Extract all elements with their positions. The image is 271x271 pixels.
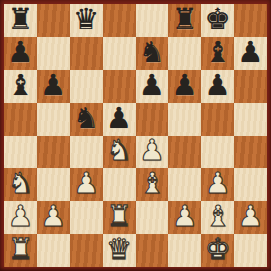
square-d3[interactable] (103, 168, 136, 201)
square-a6[interactable]: ♝ (4, 70, 37, 103)
square-g1[interactable]: ♚ (201, 234, 234, 267)
square-d2[interactable]: ♜ (103, 201, 136, 234)
square-c2[interactable] (70, 201, 103, 234)
square-a8[interactable]: ♜ (4, 4, 37, 37)
black-king[interactable]: ♚ (205, 5, 231, 34)
black-queen[interactable]: ♛ (73, 5, 99, 34)
black-pawn[interactable]: ♟ (7, 38, 33, 67)
square-h8[interactable] (234, 4, 267, 37)
square-f4[interactable] (168, 136, 201, 169)
chess-board: ♜♛♜♚♟♞♝♟♝♟♟♟♟♞♟♞♟♞♟♝♟♟♟♜♟♝♟♜♛♚ (4, 4, 267, 267)
black-rook[interactable]: ♜ (7, 5, 33, 34)
square-c8[interactable]: ♛ (70, 4, 103, 37)
square-e2[interactable] (136, 201, 169, 234)
black-bishop[interactable]: ♝ (7, 71, 33, 100)
square-d6[interactable] (103, 70, 136, 103)
black-pawn[interactable]: ♟ (205, 71, 231, 100)
square-g2[interactable]: ♝ (201, 201, 234, 234)
white-pawn[interactable]: ♟ (139, 136, 165, 165)
square-e5[interactable] (136, 103, 169, 136)
white-bishop[interactable]: ♝ (139, 169, 165, 198)
square-f1[interactable] (168, 234, 201, 267)
square-e7[interactable]: ♞ (136, 37, 169, 70)
square-b8[interactable] (37, 4, 70, 37)
black-pawn[interactable]: ♟ (238, 38, 264, 67)
square-f7[interactable] (168, 37, 201, 70)
white-bishop[interactable]: ♝ (205, 202, 231, 231)
square-g4[interactable] (201, 136, 234, 169)
black-pawn[interactable]: ♟ (139, 71, 165, 100)
square-h1[interactable] (234, 234, 267, 267)
square-a2[interactable]: ♟ (4, 201, 37, 234)
square-a7[interactable]: ♟ (4, 37, 37, 70)
white-rook[interactable]: ♜ (7, 235, 33, 264)
white-pawn[interactable]: ♟ (172, 202, 198, 231)
square-e8[interactable] (136, 4, 169, 37)
white-pawn[interactable]: ♟ (7, 202, 33, 231)
square-g6[interactable]: ♟ (201, 70, 234, 103)
white-king[interactable]: ♚ (205, 235, 231, 264)
square-c1[interactable] (70, 234, 103, 267)
square-g3[interactable]: ♟ (201, 168, 234, 201)
chess-board-frame: ♜♛♜♚♟♞♝♟♝♟♟♟♟♞♟♞♟♞♟♝♟♟♟♜♟♝♟♜♛♚ (0, 0, 271, 271)
white-knight[interactable]: ♞ (106, 136, 132, 165)
square-c3[interactable]: ♟ (70, 168, 103, 201)
square-b5[interactable] (37, 103, 70, 136)
square-e3[interactable]: ♝ (136, 168, 169, 201)
black-pawn[interactable]: ♟ (40, 71, 66, 100)
square-g5[interactable] (201, 103, 234, 136)
square-e4[interactable]: ♟ (136, 136, 169, 169)
white-knight[interactable]: ♞ (7, 169, 33, 198)
square-b4[interactable] (37, 136, 70, 169)
square-e1[interactable] (136, 234, 169, 267)
black-bishop[interactable]: ♝ (205, 38, 231, 67)
square-b2[interactable]: ♟ (37, 201, 70, 234)
square-h6[interactable] (234, 70, 267, 103)
square-f5[interactable] (168, 103, 201, 136)
white-pawn[interactable]: ♟ (238, 202, 264, 231)
white-rook[interactable]: ♜ (106, 202, 132, 231)
square-h4[interactable] (234, 136, 267, 169)
black-pawn[interactable]: ♟ (106, 104, 132, 133)
square-h7[interactable]: ♟ (234, 37, 267, 70)
square-b1[interactable] (37, 234, 70, 267)
square-h2[interactable]: ♟ (234, 201, 267, 234)
black-knight[interactable]: ♞ (73, 104, 99, 133)
square-c6[interactable] (70, 70, 103, 103)
square-f6[interactable]: ♟ (168, 70, 201, 103)
square-b6[interactable]: ♟ (37, 70, 70, 103)
black-rook[interactable]: ♜ (172, 5, 198, 34)
white-pawn[interactable]: ♟ (205, 169, 231, 198)
square-g8[interactable]: ♚ (201, 4, 234, 37)
square-c5[interactable]: ♞ (70, 103, 103, 136)
square-e6[interactable]: ♟ (136, 70, 169, 103)
square-b3[interactable] (37, 168, 70, 201)
square-d8[interactable] (103, 4, 136, 37)
square-h3[interactable] (234, 168, 267, 201)
square-d4[interactable]: ♞ (103, 136, 136, 169)
square-a1[interactable]: ♜ (4, 234, 37, 267)
white-pawn[interactable]: ♟ (73, 169, 99, 198)
square-d1[interactable]: ♛ (103, 234, 136, 267)
square-h5[interactable] (234, 103, 267, 136)
black-knight[interactable]: ♞ (139, 38, 165, 67)
square-a4[interactable] (4, 136, 37, 169)
black-pawn[interactable]: ♟ (172, 71, 198, 100)
square-f8[interactable]: ♜ (168, 4, 201, 37)
square-g7[interactable]: ♝ (201, 37, 234, 70)
square-a5[interactable] (4, 103, 37, 136)
square-f3[interactable] (168, 168, 201, 201)
square-f2[interactable]: ♟ (168, 201, 201, 234)
white-queen[interactable]: ♛ (106, 235, 132, 264)
square-b7[interactable] (37, 37, 70, 70)
square-c7[interactable] (70, 37, 103, 70)
white-pawn[interactable]: ♟ (40, 202, 66, 231)
square-d5[interactable]: ♟ (103, 103, 136, 136)
square-d7[interactable] (103, 37, 136, 70)
square-c4[interactable] (70, 136, 103, 169)
square-a3[interactable]: ♞ (4, 168, 37, 201)
